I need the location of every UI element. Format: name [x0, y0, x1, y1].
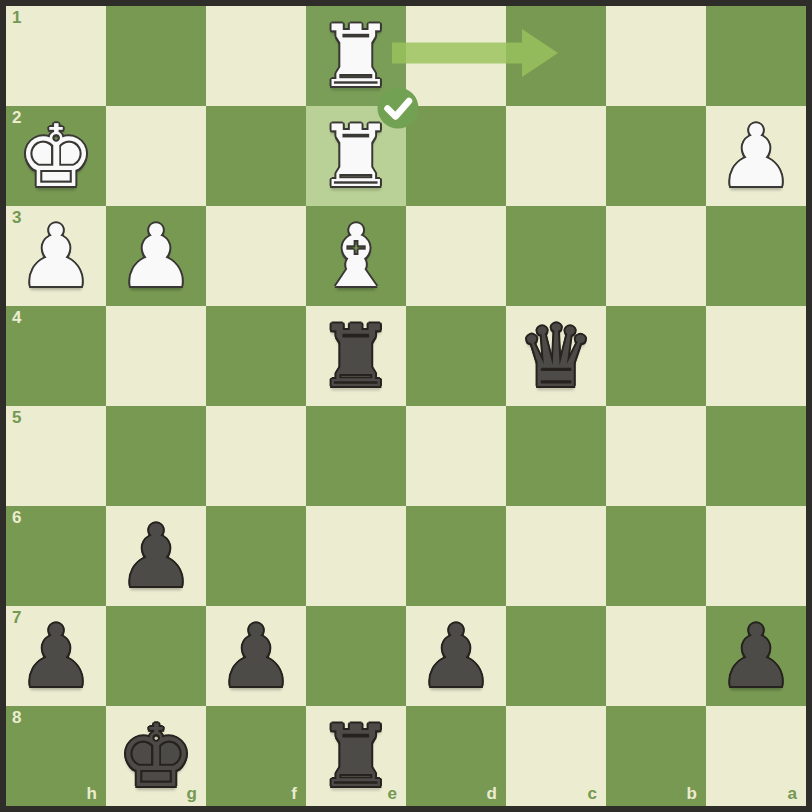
square-e1[interactable]: ♜	[306, 6, 406, 106]
file-label-a: a	[788, 784, 797, 804]
white-pawn[interactable]: ♟	[6, 206, 106, 306]
square-f3[interactable]	[206, 206, 306, 306]
square-f1[interactable]	[206, 6, 306, 106]
black-king[interactable]: ♚	[106, 706, 206, 806]
square-a7[interactable]: ♟	[706, 606, 806, 706]
file-label-b: b	[687, 784, 697, 804]
white-pawn[interactable]: ♟	[706, 106, 806, 206]
square-h3[interactable]: 3♟	[6, 206, 106, 306]
square-h7[interactable]: 7♟	[6, 606, 106, 706]
square-g3[interactable]: ♟	[106, 206, 206, 306]
square-b8[interactable]: b	[606, 706, 706, 806]
black-pawn[interactable]: ♟	[706, 606, 806, 706]
square-b6[interactable]	[606, 506, 706, 606]
square-a8[interactable]: a	[706, 706, 806, 806]
white-rook[interactable]: ♜	[306, 6, 406, 106]
black-rook[interactable]: ♜	[306, 706, 406, 806]
square-g1[interactable]	[106, 6, 206, 106]
square-a6[interactable]	[706, 506, 806, 606]
black-pawn[interactable]: ♟	[406, 606, 506, 706]
square-e3[interactable]: ♝	[306, 206, 406, 306]
square-c5[interactable]	[506, 406, 606, 506]
square-f8[interactable]: f	[206, 706, 306, 806]
square-a4[interactable]	[706, 306, 806, 406]
rank-label-8: 8	[12, 708, 21, 728]
square-b3[interactable]	[606, 206, 706, 306]
rank-label-5: 5	[12, 408, 21, 428]
file-label-c: c	[588, 784, 597, 804]
square-b1[interactable]	[606, 6, 706, 106]
square-e2[interactable]: ♜	[306, 106, 406, 206]
square-a2[interactable]: ♟	[706, 106, 806, 206]
square-f7[interactable]: ♟	[206, 606, 306, 706]
chess-board-frame: 1♜2♚♜♟3♟♟♝4♜♛56♟7♟♟♟♟8hg♚fe♜dcba	[0, 0, 812, 812]
file-label-d: d	[487, 784, 497, 804]
square-c4[interactable]: ♛	[506, 306, 606, 406]
square-f4[interactable]	[206, 306, 306, 406]
square-d8[interactable]: d	[406, 706, 506, 806]
square-b4[interactable]	[606, 306, 706, 406]
white-bishop[interactable]: ♝	[306, 206, 406, 306]
black-pawn[interactable]: ♟	[6, 606, 106, 706]
black-rook[interactable]: ♜	[306, 306, 406, 406]
rank-label-1: 1	[12, 8, 21, 28]
square-h1[interactable]: 1	[6, 6, 106, 106]
white-king[interactable]: ♚	[6, 106, 106, 206]
black-queen[interactable]: ♛	[506, 306, 606, 406]
black-pawn[interactable]: ♟	[106, 506, 206, 606]
file-label-f: f	[291, 784, 297, 804]
square-d4[interactable]	[406, 306, 506, 406]
square-b5[interactable]	[606, 406, 706, 506]
file-label-h: h	[87, 784, 97, 804]
square-h2[interactable]: 2♚	[6, 106, 106, 206]
square-g4[interactable]	[106, 306, 206, 406]
square-d1[interactable]	[406, 6, 506, 106]
square-e8[interactable]: e♜	[306, 706, 406, 806]
square-h5[interactable]: 5	[6, 406, 106, 506]
square-g7[interactable]	[106, 606, 206, 706]
square-a1[interactable]	[706, 6, 806, 106]
square-f5[interactable]	[206, 406, 306, 506]
rank-label-6: 6	[12, 508, 21, 528]
square-e6[interactable]	[306, 506, 406, 606]
square-d2[interactable]	[406, 106, 506, 206]
square-g5[interactable]	[106, 406, 206, 506]
square-b2[interactable]	[606, 106, 706, 206]
square-c3[interactable]	[506, 206, 606, 306]
square-f2[interactable]	[206, 106, 306, 206]
square-d5[interactable]	[406, 406, 506, 506]
square-c2[interactable]	[506, 106, 606, 206]
square-f6[interactable]	[206, 506, 306, 606]
square-h4[interactable]: 4	[6, 306, 106, 406]
chess-board: 1♜2♚♜♟3♟♟♝4♜♛56♟7♟♟♟♟8hg♚fe♜dcba	[6, 6, 806, 806]
black-pawn[interactable]: ♟	[206, 606, 306, 706]
square-c6[interactable]	[506, 506, 606, 606]
square-b7[interactable]	[606, 606, 706, 706]
square-d3[interactable]	[406, 206, 506, 306]
square-a3[interactable]	[706, 206, 806, 306]
rank-label-4: 4	[12, 308, 21, 328]
square-g6[interactable]: ♟	[106, 506, 206, 606]
square-a5[interactable]	[706, 406, 806, 506]
square-e4[interactable]: ♜	[306, 306, 406, 406]
square-e7[interactable]	[306, 606, 406, 706]
white-rook[interactable]: ♜	[306, 106, 406, 206]
square-d7[interactable]: ♟	[406, 606, 506, 706]
square-c7[interactable]	[506, 606, 606, 706]
white-pawn[interactable]: ♟	[106, 206, 206, 306]
square-d6[interactable]	[406, 506, 506, 606]
square-h8[interactable]: 8h	[6, 706, 106, 806]
square-g2[interactable]	[106, 106, 206, 206]
square-h6[interactable]: 6	[6, 506, 106, 606]
square-g8[interactable]: g♚	[106, 706, 206, 806]
square-c8[interactable]: c	[506, 706, 606, 806]
square-c1[interactable]	[506, 6, 606, 106]
square-e5[interactable]	[306, 406, 406, 506]
